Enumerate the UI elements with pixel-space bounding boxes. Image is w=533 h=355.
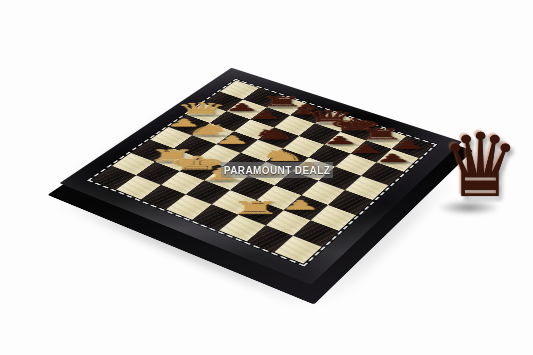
chess-set-photo: ♜♝♛♚♜♟♟♟♟♟♟♛♞♟♞♟♞♟♟♜♚♝♟♜ ♛ PARAMOUNT DEA… [0, 0, 533, 355]
piece-black-P-h7: ♟ [373, 152, 412, 164]
black-queen-off-board-icon: ♛ [441, 122, 497, 210]
watermark: PARAMOUNT DEALZ [221, 162, 333, 178]
watermark-text: PARAMOUNT DEALZ [224, 165, 330, 176]
piece-black-P-c7: ♟ [248, 110, 284, 120]
piece-black-N-d6: ♞ [250, 127, 299, 142]
piece-white-P-c5: ♟ [214, 135, 251, 146]
piece-black-P-h8: ♟ [388, 139, 427, 150]
piece-white-Q-a6: ♛ [175, 101, 230, 117]
